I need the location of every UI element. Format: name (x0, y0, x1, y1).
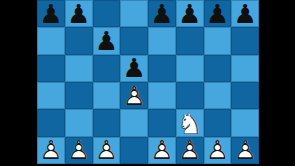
square-h6[interactable] (231, 27, 259, 54)
square-h4[interactable] (231, 82, 259, 109)
letterbox-left-bar (0, 0, 37, 166)
square-d7[interactable] (120, 0, 148, 27)
square-f2[interactable]: ♟♙ (176, 137, 204, 164)
black-pawn[interactable]: ♟ (176, 0, 204, 27)
square-h2[interactable]: ♟♙ (231, 137, 259, 164)
square-c6[interactable]: ♟ (93, 27, 121, 54)
white-pawn[interactable]: ♟♙ (120, 82, 148, 109)
white-knight[interactable]: ♞♘ (176, 109, 204, 136)
square-d4[interactable]: ♟♙ (120, 82, 148, 109)
square-b4[interactable] (65, 82, 93, 109)
square-a4[interactable] (37, 82, 65, 109)
square-d3[interactable] (120, 109, 148, 136)
square-b6[interactable] (65, 27, 93, 54)
square-g2[interactable]: ♟♙ (204, 137, 232, 164)
square-c3[interactable] (93, 109, 121, 136)
square-e5[interactable] (148, 55, 176, 82)
square-h3[interactable] (231, 109, 259, 136)
square-a2[interactable]: ♟♙ (37, 137, 65, 164)
square-e3[interactable] (148, 109, 176, 136)
square-e2[interactable]: ♟♙ (148, 137, 176, 164)
video-frame: ♟♟♟♟♟♟♟♟♟♙♞♘♟♙♟♙♟♙♟♙♟♙♟♙♟♙ (0, 0, 295, 166)
black-pawn[interactable]: ♟ (231, 0, 259, 27)
square-c2[interactable]: ♟♙ (93, 137, 121, 164)
square-f5[interactable] (176, 55, 204, 82)
square-d5[interactable]: ♟ (120, 55, 148, 82)
square-a7[interactable]: ♟ (37, 0, 65, 27)
square-f6[interactable] (176, 27, 204, 54)
letterbox-bottom-bar (0, 164, 295, 166)
square-f4[interactable] (176, 82, 204, 109)
square-d2[interactable] (120, 137, 148, 164)
square-e6[interactable] (148, 27, 176, 54)
black-pawn[interactable]: ♟ (120, 55, 148, 82)
white-pawn[interactable]: ♟♙ (176, 137, 204, 164)
square-a6[interactable] (37, 27, 65, 54)
square-h7[interactable]: ♟ (231, 0, 259, 27)
square-c5[interactable] (93, 55, 121, 82)
square-b7[interactable]: ♟ (65, 0, 93, 27)
square-d6[interactable] (120, 27, 148, 54)
square-b2[interactable]: ♟♙ (65, 137, 93, 164)
square-g6[interactable] (204, 27, 232, 54)
white-pawn[interactable]: ♟♙ (204, 137, 232, 164)
black-pawn[interactable]: ♟ (93, 27, 121, 54)
square-f7[interactable]: ♟ (176, 0, 204, 27)
square-a5[interactable] (37, 55, 65, 82)
square-g5[interactable] (204, 55, 232, 82)
white-pawn[interactable]: ♟♙ (93, 137, 121, 164)
letterbox-right-bar (259, 0, 295, 166)
white-pawn[interactable]: ♟♙ (37, 137, 65, 164)
square-e4[interactable] (148, 82, 176, 109)
square-c7[interactable] (93, 0, 121, 27)
square-b5[interactable] (65, 55, 93, 82)
white-pawn[interactable]: ♟♙ (148, 137, 176, 164)
black-pawn[interactable]: ♟ (65, 0, 93, 27)
black-pawn[interactable]: ♟ (37, 0, 65, 27)
black-pawn[interactable]: ♟ (148, 0, 176, 27)
square-g3[interactable] (204, 109, 232, 136)
square-g4[interactable] (204, 82, 232, 109)
square-a3[interactable] (37, 109, 65, 136)
square-g7[interactable]: ♟ (204, 0, 232, 27)
square-b3[interactable] (65, 109, 93, 136)
white-pawn[interactable]: ♟♙ (231, 137, 259, 164)
chess-board: ♟♟♟♟♟♟♟♟♟♙♞♘♟♙♟♙♟♙♟♙♟♙♟♙♟♙ (37, 0, 259, 164)
black-pawn[interactable]: ♟ (204, 0, 232, 27)
square-f3[interactable]: ♞♘ (176, 109, 204, 136)
square-e7[interactable]: ♟ (148, 0, 176, 27)
white-pawn[interactable]: ♟♙ (65, 137, 93, 164)
square-c4[interactable] (93, 82, 121, 109)
square-h5[interactable] (231, 55, 259, 82)
